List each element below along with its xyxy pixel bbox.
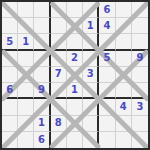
cell-r1c2[interactable] <box>18 2 34 18</box>
given-digit: 3 <box>136 102 143 112</box>
cell-r8c3[interactable]: 1 <box>34 116 50 132</box>
cell-r5c6[interactable]: 3 <box>83 67 99 83</box>
cell-r9c7[interactable] <box>99 132 115 148</box>
given-digit: 6 <box>103 5 110 15</box>
given-digit: 8 <box>55 118 62 128</box>
given-digit: 7 <box>55 69 62 79</box>
given-digit: 4 <box>120 102 127 112</box>
given-digit: 5 <box>103 53 110 63</box>
cell-r3c1[interactable]: 5 <box>2 34 18 50</box>
given-digit: 6 <box>6 85 13 95</box>
cell-r3c8[interactable] <box>116 34 132 50</box>
cell-r8c6[interactable] <box>83 116 99 132</box>
cell-r7c8[interactable]: 4 <box>116 99 132 115</box>
cell-r2c9[interactable] <box>132 18 148 34</box>
cell-r1c3[interactable] <box>34 2 50 18</box>
given-digit: 2 <box>71 53 78 63</box>
sudoku-board: 614512597369143186 <box>0 0 150 150</box>
given-digit: 1 <box>87 21 94 31</box>
cell-r6c2[interactable] <box>18 83 34 99</box>
cell-r6c8[interactable] <box>116 83 132 99</box>
cell-r7c9[interactable]: 3 <box>132 99 148 115</box>
sudoku-screenshot: 614512597369143186 <box>0 0 150 150</box>
cell-r2c3[interactable] <box>34 18 50 34</box>
cell-r5c3[interactable] <box>34 67 50 83</box>
given-digit: 9 <box>136 53 143 63</box>
given-digit: 1 <box>38 118 45 128</box>
given-digit: 3 <box>87 69 94 79</box>
cell-r1c7[interactable]: 6 <box>99 2 115 18</box>
cell-r9c5[interactable] <box>67 132 83 148</box>
given-digit: 9 <box>38 85 45 95</box>
given-digit: 5 <box>6 37 13 47</box>
cell-r7c1[interactable] <box>2 99 18 115</box>
cell-r9c2[interactable] <box>18 132 34 148</box>
cell-r3c5[interactable] <box>67 34 83 50</box>
cell-r8c9[interactable] <box>132 116 148 132</box>
cell-r2c6[interactable]: 1 <box>83 18 99 34</box>
given-digit: 6 <box>38 135 45 145</box>
cell-r5c9[interactable] <box>132 67 148 83</box>
given-digit: 4 <box>103 21 110 31</box>
given-digit: 1 <box>71 85 78 95</box>
given-digit: 1 <box>22 37 29 47</box>
